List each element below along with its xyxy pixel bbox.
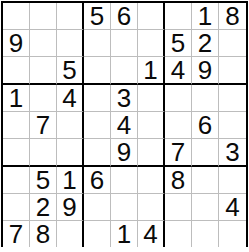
cell-r3c6-given-1[interactable]: 1 xyxy=(138,57,165,85)
cell-r4c5-given-3[interactable]: 3 xyxy=(111,85,138,112)
cell-r2c9-empty[interactable] xyxy=(219,30,246,57)
cell-r6c5-given-9[interactable]: 9 xyxy=(111,139,138,167)
cell-r3c1-empty[interactable] xyxy=(3,57,30,85)
cell-r6c6-empty[interactable] xyxy=(138,139,165,167)
cell-r5c8-given-6[interactable]: 6 xyxy=(192,112,219,139)
cell-r9c2-given-8[interactable]: 8 xyxy=(30,221,57,247)
cell-r2c8-given-2[interactable]: 2 xyxy=(192,30,219,57)
cell-r1c6-empty[interactable] xyxy=(138,3,165,30)
cell-r8c6-empty[interactable] xyxy=(138,194,165,221)
cell-r5c7-empty[interactable] xyxy=(165,112,192,139)
cell-r7c6-empty[interactable] xyxy=(138,167,165,194)
cell-r8c9-given-4[interactable]: 4 xyxy=(219,194,246,221)
cell-r8c1-empty[interactable] xyxy=(3,194,30,221)
cell-r8c3-given-9[interactable]: 9 xyxy=(57,194,84,221)
cell-r5c6-empty[interactable] xyxy=(138,112,165,139)
cell-r1c9-given-8[interactable]: 8 xyxy=(219,3,246,30)
cell-r9c6-given-4[interactable]: 4 xyxy=(138,221,165,247)
cell-r1c3-empty[interactable] xyxy=(57,3,84,30)
cell-r8c8-empty[interactable] xyxy=(192,194,219,221)
cell-r4c8-empty[interactable] xyxy=(192,85,219,112)
cell-r1c8-given-1[interactable]: 1 xyxy=(192,3,219,30)
cell-r1c1-empty[interactable] xyxy=(3,3,30,30)
cell-r6c2-empty[interactable] xyxy=(30,139,57,167)
cell-r7c7-given-8[interactable]: 8 xyxy=(165,167,192,194)
sudoku-page: 5618952514914374697351682947814 xyxy=(0,1,249,247)
cell-r9c5-given-1[interactable]: 1 xyxy=(111,221,138,247)
cell-r3c2-empty[interactable] xyxy=(30,57,57,85)
cell-r4c2-empty[interactable] xyxy=(30,85,57,112)
cell-r3c4-empty[interactable] xyxy=(84,57,111,85)
cell-r9c7-empty[interactable] xyxy=(165,221,192,247)
cell-r4c1-given-1[interactable]: 1 xyxy=(3,85,30,112)
cell-r3c9-empty[interactable] xyxy=(219,57,246,85)
cell-r8c4-empty[interactable] xyxy=(84,194,111,221)
cell-r7c2-given-5[interactable]: 5 xyxy=(30,167,57,194)
cell-r8c5-empty[interactable] xyxy=(111,194,138,221)
cell-r2c1-given-9[interactable]: 9 xyxy=(3,30,30,57)
cell-r9c3-empty[interactable] xyxy=(57,221,84,247)
cell-r3c7-given-4[interactable]: 4 xyxy=(165,57,192,85)
cell-r5c2-given-7[interactable]: 7 xyxy=(30,112,57,139)
cell-r3c5-empty[interactable] xyxy=(111,57,138,85)
cell-r6c4-empty[interactable] xyxy=(84,139,111,167)
sudoku-board: 5618952514914374697351682947814 xyxy=(1,1,248,247)
cell-r2c7-given-5[interactable]: 5 xyxy=(165,30,192,57)
cell-r8c7-empty[interactable] xyxy=(165,194,192,221)
cell-r5c3-empty[interactable] xyxy=(57,112,84,139)
cell-r3c8-given-9[interactable]: 9 xyxy=(192,57,219,85)
cell-r5c1-empty[interactable] xyxy=(3,112,30,139)
cell-r5c9-empty[interactable] xyxy=(219,112,246,139)
cell-r1c7-empty[interactable] xyxy=(165,3,192,30)
cell-r7c9-empty[interactable] xyxy=(219,167,246,194)
cell-r4c7-empty[interactable] xyxy=(165,85,192,112)
cell-r4c4-empty[interactable] xyxy=(84,85,111,112)
cell-r4c9-empty[interactable] xyxy=(219,85,246,112)
cell-r7c8-empty[interactable] xyxy=(192,167,219,194)
cell-r2c4-empty[interactable] xyxy=(84,30,111,57)
cell-r4c3-given-4[interactable]: 4 xyxy=(57,85,84,112)
cell-r7c3-given-1[interactable]: 1 xyxy=(57,167,84,194)
cell-r2c2-empty[interactable] xyxy=(30,30,57,57)
cell-r9c9-empty[interactable] xyxy=(219,221,246,247)
cell-r9c4-empty[interactable] xyxy=(84,221,111,247)
cell-r6c1-empty[interactable] xyxy=(3,139,30,167)
cell-r5c5-given-4[interactable]: 4 xyxy=(111,112,138,139)
cell-r8c2-given-2[interactable]: 2 xyxy=(30,194,57,221)
cell-r7c1-empty[interactable] xyxy=(3,167,30,194)
cell-r9c1-given-7[interactable]: 7 xyxy=(3,221,30,247)
cell-r4c6-empty[interactable] xyxy=(138,85,165,112)
cell-r6c9-given-3[interactable]: 3 xyxy=(219,139,246,167)
cell-r6c8-empty[interactable] xyxy=(192,139,219,167)
cell-r3c3-given-5[interactable]: 5 xyxy=(57,57,84,85)
cell-r7c5-empty[interactable] xyxy=(111,167,138,194)
cell-r2c5-empty[interactable] xyxy=(111,30,138,57)
cell-r7c4-given-6[interactable]: 6 xyxy=(84,167,111,194)
cell-r1c5-given-6[interactable]: 6 xyxy=(111,3,138,30)
cell-r2c6-empty[interactable] xyxy=(138,30,165,57)
cell-r9c8-empty[interactable] xyxy=(192,221,219,247)
cell-r2c3-empty[interactable] xyxy=(57,30,84,57)
cell-r6c7-given-7[interactable]: 7 xyxy=(165,139,192,167)
cell-r6c3-empty[interactable] xyxy=(57,139,84,167)
cell-r5c4-empty[interactable] xyxy=(84,112,111,139)
cell-r1c2-empty[interactable] xyxy=(30,3,57,30)
cell-r1c4-given-5[interactable]: 5 xyxy=(84,3,111,30)
